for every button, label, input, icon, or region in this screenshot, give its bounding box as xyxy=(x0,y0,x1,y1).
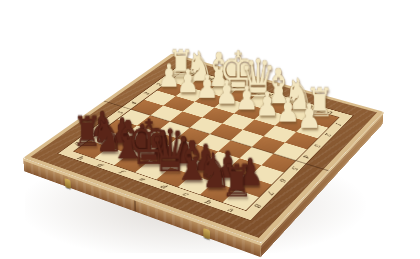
brass-latch-icon xyxy=(204,228,211,240)
product-photo-scene: hgfedcba hgfedcba 12345678 12345678 ♜♞♝♛… xyxy=(0,0,420,259)
piece-glyph: ♟ xyxy=(275,99,343,133)
piece-glyph: ♜ xyxy=(199,159,275,204)
fold-seam-front xyxy=(134,200,136,212)
